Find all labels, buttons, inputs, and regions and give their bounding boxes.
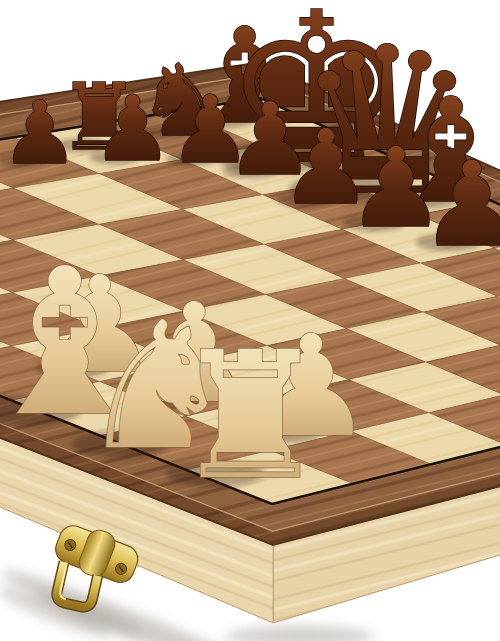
black-pawn-1[interactable]: ♟ [1,82,79,184]
ground-shadow [225,626,375,641]
product-photo-backdrop: ♝♞♜♟♚♟♟♟♛♝♟♟♟♟♟♝♟♞♜ [0,0,500,641]
black-pawn-2[interactable]: ♟ [92,76,173,181]
chess-board: ♝♞♜♟♚♟♟♟♛♝♟♟♟♟♟♝♟♞♜ [0,0,500,641]
white-rook[interactable]: ♜ [172,314,330,519]
black-pawn-7[interactable]: ♟ [420,136,500,273]
